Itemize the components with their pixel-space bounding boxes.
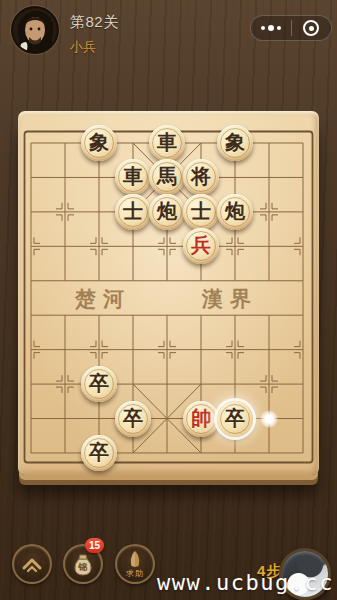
wechat-capsule <box>250 15 332 41</box>
piece-black-cannon[interactable]: 炮 <box>217 194 253 230</box>
piece-black-elephant[interactable]: 象 <box>217 125 253 161</box>
piece-black-soldier[interactable]: 卒 <box>81 435 117 471</box>
piece-glyph: 炮 <box>157 201 177 221</box>
app-screen: 第82关 小兵 楚河 漢界 象車象車馬将士炮士炮兵卒卒帥卒卒 <box>0 0 337 600</box>
piece-glyph: 象 <box>89 132 109 152</box>
piece-black-chariot[interactable]: 車 <box>149 125 185 161</box>
last-move-origin-dot <box>260 410 278 428</box>
level-label: 第82关 <box>70 13 119 32</box>
piece-glyph: 帥 <box>191 408 211 428</box>
piece-red-general[interactable]: 帥 <box>183 401 219 437</box>
xiangqi-board[interactable]: 楚河 漢界 象車象車馬将士炮士炮兵卒卒帥卒卒 <box>18 111 319 475</box>
help-label: 求助 <box>117 568 153 579</box>
pieces-layer: 象車象車馬将士炮士炮兵卒卒帥卒卒 <box>18 111 319 475</box>
piece-glyph: 兵 <box>191 235 211 255</box>
watermark: www.ucbug.cc <box>157 570 334 595</box>
piece-black-advisor[interactable]: 士 <box>183 194 219 230</box>
piece-black-advisor[interactable]: 士 <box>115 194 151 230</box>
piece-glyph: 将 <box>191 166 211 186</box>
collapse-button[interactable] <box>12 544 52 584</box>
chevron-up-icon <box>19 551 45 577</box>
piece-glyph: 卒 <box>89 442 109 462</box>
piece-glyph: 象 <box>225 132 245 152</box>
rank-label: 小兵 <box>70 38 119 56</box>
piece-black-horse[interactable]: 馬 <box>149 159 185 195</box>
player-avatar[interactable] <box>11 6 59 54</box>
top-bar: 第82关 小兵 <box>0 0 337 60</box>
avatar-portrait <box>13 8 57 52</box>
piece-black-soldier[interactable]: 卒 <box>217 401 253 437</box>
piece-glyph: 卒 <box>123 408 143 428</box>
money-bag-icon: 锦 <box>69 550 97 578</box>
piece-red-soldier[interactable]: 兵 <box>183 228 219 264</box>
piece-glyph: 士 <box>123 201 143 221</box>
piece-black-general[interactable]: 将 <box>183 159 219 195</box>
minimize-icon[interactable] <box>292 16 332 40</box>
hint-count-badge: 15 <box>85 538 104 553</box>
piece-glyph: 卒 <box>225 408 245 428</box>
more-menu-icon[interactable] <box>251 16 291 40</box>
piece-black-elephant[interactable]: 象 <box>81 125 117 161</box>
piece-black-cannon[interactable]: 炮 <box>149 194 185 230</box>
piece-glyph: 車 <box>157 132 177 152</box>
piece-glyph: 士 <box>191 201 211 221</box>
piece-black-chariot[interactable]: 車 <box>115 159 151 195</box>
piece-black-soldier[interactable]: 卒 <box>81 366 117 402</box>
piece-black-soldier[interactable]: 卒 <box>115 401 151 437</box>
piece-glyph: 車 <box>123 166 143 186</box>
help-button[interactable]: 求助 <box>115 544 155 584</box>
piece-glyph: 馬 <box>157 166 177 186</box>
piece-glyph: 炮 <box>225 201 245 221</box>
piece-glyph: 卒 <box>89 373 109 393</box>
svg-text:锦: 锦 <box>78 562 88 572</box>
